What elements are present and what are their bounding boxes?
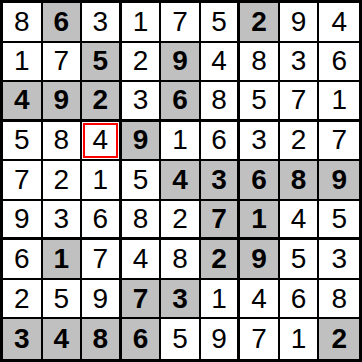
- cell-r9c9[interactable]: 2: [319, 319, 359, 359]
- cell-r4c5[interactable]: 1: [161, 122, 201, 162]
- cell-r3c6[interactable]: 8: [201, 82, 241, 122]
- cell-r2c1[interactable]: 1: [3, 43, 43, 83]
- cell-r6c5[interactable]: 2: [161, 201, 201, 241]
- cell-r8c2[interactable]: 5: [43, 280, 83, 320]
- cell-r3c1[interactable]: 4: [3, 82, 43, 122]
- cell-r9c2[interactable]: 4: [43, 319, 83, 359]
- cell-r2c8[interactable]: 3: [280, 43, 320, 83]
- cell-r2c9[interactable]: 6: [319, 43, 359, 83]
- cell-r1c2[interactable]: 6: [43, 3, 83, 43]
- cell-r7c5[interactable]: 8: [161, 240, 201, 280]
- sudoku-board: 8631752941752948364923685715849163277215…: [0, 0, 362, 362]
- cell-r2c4[interactable]: 2: [122, 43, 162, 83]
- cell-r1c6[interactable]: 5: [201, 3, 241, 43]
- cell-r9c5[interactable]: 5: [161, 319, 201, 359]
- cell-r7c2[interactable]: 1: [43, 240, 83, 280]
- cell-r8c8[interactable]: 6: [280, 280, 320, 320]
- cell-r4c7[interactable]: 3: [240, 122, 280, 162]
- cell-r4c3[interactable]: 4: [82, 122, 122, 162]
- cell-r6c8[interactable]: 4: [280, 201, 320, 241]
- cell-r9c6[interactable]: 9: [201, 319, 241, 359]
- cell-r6c2[interactable]: 3: [43, 201, 83, 241]
- cell-r5c7[interactable]: 6: [240, 161, 280, 201]
- cell-r8c9[interactable]: 8: [319, 280, 359, 320]
- cell-r5c4[interactable]: 5: [122, 161, 162, 201]
- cell-r3c2[interactable]: 9: [43, 82, 83, 122]
- cell-r5c2[interactable]: 2: [43, 161, 83, 201]
- cell-r1c3[interactable]: 3: [82, 3, 122, 43]
- cell-r2c3[interactable]: 5: [82, 43, 122, 83]
- cell-r2c2[interactable]: 7: [43, 43, 83, 83]
- cell-r2c5[interactable]: 9: [161, 43, 201, 83]
- cell-r1c4[interactable]: 1: [122, 3, 162, 43]
- cell-r3c8[interactable]: 7: [280, 82, 320, 122]
- cell-r1c1[interactable]: 8: [3, 3, 43, 43]
- cell-r5c9[interactable]: 9: [319, 161, 359, 201]
- cell-r9c3[interactable]: 8: [82, 319, 122, 359]
- cell-r7c3[interactable]: 7: [82, 240, 122, 280]
- cell-r8c3[interactable]: 9: [82, 280, 122, 320]
- cell-r8c1[interactable]: 2: [3, 280, 43, 320]
- cell-r6c1[interactable]: 9: [3, 201, 43, 241]
- cell-r5c1[interactable]: 7: [3, 161, 43, 201]
- cell-r7c1[interactable]: 6: [3, 240, 43, 280]
- cell-r7c4[interactable]: 4: [122, 240, 162, 280]
- cell-r4c4[interactable]: 9: [122, 122, 162, 162]
- cell-r6c9[interactable]: 5: [319, 201, 359, 241]
- cell-r5c8[interactable]: 8: [280, 161, 320, 201]
- cell-r2c6[interactable]: 4: [201, 43, 241, 83]
- cell-r6c4[interactable]: 8: [122, 201, 162, 241]
- cell-r6c7[interactable]: 1: [240, 201, 280, 241]
- cell-r3c3[interactable]: 2: [82, 82, 122, 122]
- cell-r4c9[interactable]: 7: [319, 122, 359, 162]
- cell-r3c7[interactable]: 5: [240, 82, 280, 122]
- cell-r6c6[interactable]: 7: [201, 201, 241, 241]
- cell-r3c5[interactable]: 6: [161, 82, 201, 122]
- cell-r3c4[interactable]: 3: [122, 82, 162, 122]
- cell-r7c9[interactable]: 3: [319, 240, 359, 280]
- cell-r4c6[interactable]: 6: [201, 122, 241, 162]
- cell-r8c7[interactable]: 4: [240, 280, 280, 320]
- cell-r1c7[interactable]: 2: [240, 3, 280, 43]
- cell-r1c8[interactable]: 9: [280, 3, 320, 43]
- cell-r2c7[interactable]: 8: [240, 43, 280, 83]
- cell-r9c1[interactable]: 3: [3, 319, 43, 359]
- cell-r5c6[interactable]: 3: [201, 161, 241, 201]
- cell-r3c9[interactable]: 1: [319, 82, 359, 122]
- cell-r6c3[interactable]: 6: [82, 201, 122, 241]
- cell-r4c2[interactable]: 8: [43, 122, 83, 162]
- cell-r1c5[interactable]: 7: [161, 3, 201, 43]
- cell-r7c8[interactable]: 5: [280, 240, 320, 280]
- cell-r7c6[interactable]: 2: [201, 240, 241, 280]
- cell-r9c4[interactable]: 6: [122, 319, 162, 359]
- cell-r9c7[interactable]: 7: [240, 319, 280, 359]
- cell-r4c8[interactable]: 2: [280, 122, 320, 162]
- cell-r9c8[interactable]: 1: [280, 319, 320, 359]
- cell-r4c1[interactable]: 5: [3, 122, 43, 162]
- cell-r8c6[interactable]: 1: [201, 280, 241, 320]
- cell-r5c3[interactable]: 1: [82, 161, 122, 201]
- cell-r5c5[interactable]: 4: [161, 161, 201, 201]
- cell-r8c5[interactable]: 3: [161, 280, 201, 320]
- cell-r1c9[interactable]: 4: [319, 3, 359, 43]
- cell-r8c4[interactable]: 7: [122, 280, 162, 320]
- cell-r7c7[interactable]: 9: [240, 240, 280, 280]
